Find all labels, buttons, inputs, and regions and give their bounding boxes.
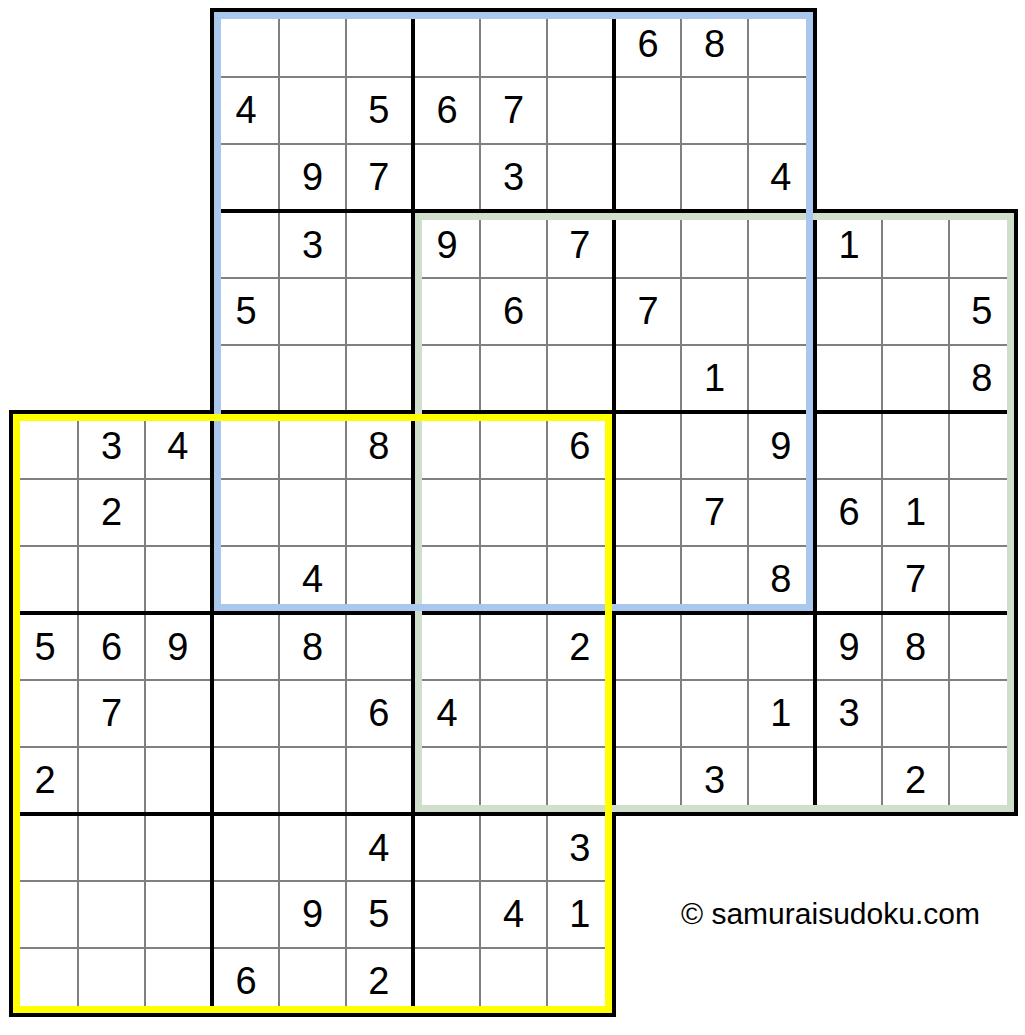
- cell-r14c6[interactable]: 5: [347, 882, 411, 946]
- cell-r13c4[interactable]: [214, 816, 278, 880]
- cell-r6c13[interactable]: [817, 346, 881, 410]
- cell-r5c11[interactable]: [682, 279, 746, 343]
- box-r1c4: 684: [612, 8, 817, 213]
- cell-r1c9[interactable]: [548, 12, 612, 76]
- cell-r11c7[interactable]: 4: [415, 681, 479, 745]
- cell-r12c8[interactable]: [481, 748, 545, 812]
- cell-r2c12[interactable]: [749, 78, 813, 142]
- box-r2c2: 35: [210, 209, 415, 414]
- cell-r4c5[interactable]: 3: [280, 213, 344, 277]
- cell-r15c2[interactable]: [79, 949, 143, 1013]
- cell-r7c14[interactable]: [883, 414, 947, 478]
- cell-r5c7[interactable]: [415, 279, 479, 343]
- cell-r10c1[interactable]: 5: [13, 615, 77, 679]
- box-r3c2: 84: [210, 410, 415, 615]
- cell-r4c6[interactable]: [347, 213, 411, 277]
- box-r5c1: [9, 812, 214, 1017]
- cell-r9c15[interactable]: [950, 547, 1014, 611]
- cell-r9c11[interactable]: [682, 547, 746, 611]
- cell-r11c15[interactable]: [950, 681, 1014, 745]
- cell-r2c9[interactable]: [548, 78, 612, 142]
- cell-r3c12[interactable]: 4: [749, 145, 813, 209]
- cell-r1c8[interactable]: [481, 12, 545, 76]
- cell-r5c10[interactable]: 7: [616, 279, 680, 343]
- cell-r13c8[interactable]: [481, 816, 545, 880]
- cell-r12c12[interactable]: [749, 748, 813, 812]
- cell-r13c6[interactable]: 4: [347, 816, 411, 880]
- cell-r15c6[interactable]: 2: [347, 949, 411, 1013]
- cell-r13c2[interactable]: [79, 816, 143, 880]
- cell-r8c8[interactable]: [481, 480, 545, 544]
- cell-r11c6[interactable]: 6: [347, 681, 411, 745]
- cell-r12c13[interactable]: [817, 748, 881, 812]
- board: © samuraisudoku.com 45976736843597671846…: [0, 0, 1025, 1035]
- cell-r2c7[interactable]: 6: [415, 78, 479, 142]
- cell-r10c10[interactable]: [616, 615, 680, 679]
- cell-r11c12[interactable]: 1: [749, 681, 813, 745]
- cell-r6c8[interactable]: [481, 346, 545, 410]
- cell-r6c11[interactable]: 1: [682, 346, 746, 410]
- cell-r1c5[interactable]: [280, 12, 344, 76]
- cell-r7c1[interactable]: [13, 414, 77, 478]
- cell-r7c7[interactable]: [415, 414, 479, 478]
- cell-r14c3[interactable]: [146, 882, 210, 946]
- cell-r4c8[interactable]: [481, 213, 545, 277]
- cell-r5c12[interactable]: [749, 279, 813, 343]
- cell-r7c3[interactable]: 4: [146, 414, 210, 478]
- cell-r12c1[interactable]: 2: [13, 748, 77, 812]
- cell-r3c7[interactable]: [415, 145, 479, 209]
- cell-r8c11[interactable]: 7: [682, 480, 746, 544]
- cell-r1c4[interactable]: [214, 12, 278, 76]
- box-r3c5: 617: [813, 410, 1018, 615]
- cell-r1c10[interactable]: 6: [616, 12, 680, 76]
- cell-r5c14[interactable]: [883, 279, 947, 343]
- cell-r4c11[interactable]: [682, 213, 746, 277]
- cell-r10c2[interactable]: 6: [79, 615, 143, 679]
- cell-r6c10[interactable]: [616, 346, 680, 410]
- cell-r9c2[interactable]: [79, 547, 143, 611]
- cell-r11c10[interactable]: [616, 681, 680, 745]
- cell-r11c14[interactable]: [883, 681, 947, 745]
- cell-r9c3[interactable]: [146, 547, 210, 611]
- box-r3c1: 342: [9, 410, 214, 615]
- cell-r6c7[interactable]: [415, 346, 479, 410]
- cell-r2c10[interactable]: [616, 78, 680, 142]
- cell-r12c3[interactable]: [146, 748, 210, 812]
- cell-r8c10[interactable]: [616, 480, 680, 544]
- cell-r5c13[interactable]: [817, 279, 881, 343]
- box-r2c5: 158: [813, 209, 1018, 414]
- cell-r2c5[interactable]: [280, 78, 344, 142]
- box-r2c4: 71: [612, 209, 817, 414]
- cell-r9c9[interactable]: [548, 547, 612, 611]
- box-r1c3: 673: [411, 8, 616, 213]
- cell-r10c14[interactable]: 8: [883, 615, 947, 679]
- cell-r14c4[interactable]: [214, 882, 278, 946]
- cell-r8c6[interactable]: [347, 480, 411, 544]
- cell-r15c3[interactable]: [146, 949, 210, 1013]
- cell-r5c8[interactable]: 6: [481, 279, 545, 343]
- cell-r6c12[interactable]: [749, 346, 813, 410]
- cell-r14c8[interactable]: 4: [481, 882, 545, 946]
- cell-r10c5[interactable]: 8: [280, 615, 344, 679]
- cell-r8c13[interactable]: 6: [817, 480, 881, 544]
- cell-r10c6[interactable]: [347, 615, 411, 679]
- cell-r15c5[interactable]: [280, 949, 344, 1013]
- cell-r12c2[interactable]: [79, 748, 143, 812]
- cell-r11c4[interactable]: [214, 681, 278, 745]
- cell-r2c4[interactable]: 4: [214, 78, 278, 142]
- cell-r6c4[interactable]: [214, 346, 278, 410]
- cell-r7c13[interactable]: [817, 414, 881, 478]
- cell-r3c4[interactable]: [214, 145, 278, 209]
- box-r4c3: 24: [411, 611, 616, 816]
- cell-r7c5[interactable]: [280, 414, 344, 478]
- cell-r9c6[interactable]: [347, 547, 411, 611]
- cell-r11c2[interactable]: 7: [79, 681, 143, 745]
- cell-r9c4[interactable]: [214, 547, 278, 611]
- cell-r7c12[interactable]: 9: [749, 414, 813, 478]
- cell-r6c9[interactable]: [548, 346, 612, 410]
- cell-r8c1[interactable]: [13, 480, 77, 544]
- cell-r12c11[interactable]: 3: [682, 748, 746, 812]
- cell-r12c14[interactable]: 2: [883, 748, 947, 812]
- cell-r6c14[interactable]: [883, 346, 947, 410]
- box-r4c5: 9832: [813, 611, 1018, 816]
- cell-r5c4[interactable]: 5: [214, 279, 278, 343]
- cell-r9c14[interactable]: 7: [883, 547, 947, 611]
- cell-r15c7[interactable]: [415, 949, 479, 1013]
- cell-r1c7[interactable]: [415, 12, 479, 76]
- box-r4c1: 56972: [9, 611, 214, 816]
- cell-r4c9[interactable]: 7: [548, 213, 612, 277]
- cell-r13c9[interactable]: 3: [548, 816, 612, 880]
- cell-r3c8[interactable]: 3: [481, 145, 545, 209]
- cell-r10c7[interactable]: [415, 615, 479, 679]
- cell-r5c15[interactable]: 5: [950, 279, 1014, 343]
- cell-r10c12[interactable]: [749, 615, 813, 679]
- cell-r8c7[interactable]: [415, 480, 479, 544]
- cell-r4c12[interactable]: [749, 213, 813, 277]
- cell-r15c9[interactable]: [548, 949, 612, 1013]
- box-r3c4: 978: [612, 410, 817, 615]
- cell-r7c9[interactable]: 6: [548, 414, 612, 478]
- cell-r8c9[interactable]: [548, 480, 612, 544]
- cell-r8c5[interactable]: [280, 480, 344, 544]
- cell-r4c4[interactable]: [214, 213, 278, 277]
- cell-r14c7[interactable]: [415, 882, 479, 946]
- cell-r10c3[interactable]: 9: [146, 615, 210, 679]
- cell-r12c6[interactable]: [347, 748, 411, 812]
- cell-r7c8[interactable]: [481, 414, 545, 478]
- cell-r15c8[interactable]: [481, 949, 545, 1013]
- cell-r12c5[interactable]: [280, 748, 344, 812]
- box-r3c3: 6: [411, 410, 616, 615]
- cell-r7c4[interactable]: [214, 414, 278, 478]
- cell-r15c1[interactable]: [13, 949, 77, 1013]
- cell-r9c5[interactable]: 4: [280, 547, 344, 611]
- cell-r5c5[interactable]: [280, 279, 344, 343]
- cell-r14c1[interactable]: [13, 882, 77, 946]
- cell-r13c1[interactable]: [13, 816, 77, 880]
- cell-r2c6[interactable]: 5: [347, 78, 411, 142]
- cell-r9c8[interactable]: [481, 547, 545, 611]
- cell-r13c3[interactable]: [146, 816, 210, 880]
- box-r4c4: 13: [612, 611, 817, 816]
- box-r5c2: 49562: [210, 812, 415, 1017]
- cell-r2c8[interactable]: 7: [481, 78, 545, 142]
- cell-r8c12[interactable]: [749, 480, 813, 544]
- cell-r6c15[interactable]: 8: [950, 346, 1014, 410]
- cell-r1c6[interactable]: [347, 12, 411, 76]
- cell-r2c11[interactable]: [682, 78, 746, 142]
- cell-r6c5[interactable]: [280, 346, 344, 410]
- cell-r3c11[interactable]: [682, 145, 746, 209]
- cell-r3c10[interactable]: [616, 145, 680, 209]
- cell-r11c5[interactable]: [280, 681, 344, 745]
- box-r2c3: 976: [411, 209, 616, 414]
- cell-r1c11[interactable]: 8: [682, 12, 746, 76]
- cell-r13c5[interactable]: [280, 816, 344, 880]
- cell-r8c3[interactable]: [146, 480, 210, 544]
- cell-r12c4[interactable]: [214, 748, 278, 812]
- box-r4c2: 86: [210, 611, 415, 816]
- cell-r9c1[interactable]: [13, 547, 77, 611]
- cell-r7c2[interactable]: 3: [79, 414, 143, 478]
- cell-r8c14[interactable]: 1: [883, 480, 947, 544]
- box-r5c3: 341: [411, 812, 616, 1017]
- cell-r9c12[interactable]: 8: [749, 547, 813, 611]
- cell-r10c15[interactable]: [950, 615, 1014, 679]
- cell-r5c6[interactable]: [347, 279, 411, 343]
- cell-r4c15[interactable]: [950, 213, 1014, 277]
- box-r1c2: 4597: [210, 8, 415, 213]
- cell-r14c2[interactable]: [79, 882, 143, 946]
- cell-r12c7[interactable]: [415, 748, 479, 812]
- cell-r7c11[interactable]: [682, 414, 746, 478]
- cell-r9c10[interactable]: [616, 547, 680, 611]
- cell-r10c9[interactable]: 2: [548, 615, 612, 679]
- cell-r3c9[interactable]: [548, 145, 612, 209]
- cell-r3c6[interactable]: 7: [347, 145, 411, 209]
- cell-r8c15[interactable]: [950, 480, 1014, 544]
- cell-r4c7[interactable]: 9: [415, 213, 479, 277]
- cell-r11c11[interactable]: [682, 681, 746, 745]
- cell-r11c8[interactable]: [481, 681, 545, 745]
- cell-r5c9[interactable]: [548, 279, 612, 343]
- cell-r7c10[interactable]: [616, 414, 680, 478]
- cell-r1c12[interactable]: [749, 12, 813, 76]
- cell-r7c15[interactable]: [950, 414, 1014, 478]
- cell-r14c9[interactable]: 1: [548, 882, 612, 946]
- cell-r11c1[interactable]: [13, 681, 77, 745]
- cell-r4c10[interactable]: [616, 213, 680, 277]
- cell-r9c7[interactable]: [415, 547, 479, 611]
- cell-r3c5[interactable]: 9: [280, 145, 344, 209]
- cell-r10c4[interactable]: [214, 615, 278, 679]
- cell-r10c11[interactable]: [682, 615, 746, 679]
- cell-r14c5[interactable]: 9: [280, 882, 344, 946]
- cell-r11c13[interactable]: 3: [817, 681, 881, 745]
- cell-r10c13[interactable]: 9: [817, 615, 881, 679]
- cell-r8c4[interactable]: [214, 480, 278, 544]
- cell-r6c6[interactable]: [347, 346, 411, 410]
- cell-r15c4[interactable]: 6: [214, 949, 278, 1013]
- cell-r12c10[interactable]: [616, 748, 680, 812]
- copyright-text: © samuraisudoku.com: [681, 899, 980, 929]
- cell-r11c9[interactable]: [548, 681, 612, 745]
- cell-r12c9[interactable]: [548, 748, 612, 812]
- cell-r12c15[interactable]: [950, 748, 1014, 812]
- cell-r4c13[interactable]: 1: [817, 213, 881, 277]
- cell-r11c3[interactable]: [146, 681, 210, 745]
- cell-r4c14[interactable]: [883, 213, 947, 277]
- cell-r10c8[interactable]: [481, 615, 545, 679]
- cell-r8c2[interactable]: 2: [79, 480, 143, 544]
- cell-r7c6[interactable]: 8: [347, 414, 411, 478]
- cell-r13c7[interactable]: [415, 816, 479, 880]
- cell-r9c13[interactable]: [817, 547, 881, 611]
